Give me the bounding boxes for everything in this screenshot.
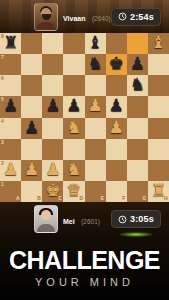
rank-label-4: 4 [1, 119, 4, 124]
square-f5[interactable]: ♟ [106, 96, 127, 117]
square-b4[interactable]: ♟ [21, 118, 42, 139]
player-rating: (2601) [81, 218, 100, 225]
square-h8[interactable]: ♝ [148, 33, 169, 54]
piece-white-pawn: ♟ [24, 161, 39, 178]
square-g7[interactable]: ♟ [127, 54, 148, 75]
avatar-body [37, 224, 55, 233]
player-bar: Mei (2601) 3:05s [0, 202, 169, 236]
opponent-rating: (2640) [92, 15, 111, 22]
clock-icon [118, 12, 127, 21]
square-a1[interactable]: 1A [0, 181, 21, 202]
piece-white-pawn: ♟ [3, 161, 18, 178]
square-f2[interactable] [106, 160, 127, 181]
square-b2[interactable]: ♟ [21, 160, 42, 181]
square-d1[interactable]: ♛D [63, 181, 84, 202]
square-h1[interactable]: ♜H [148, 181, 169, 202]
square-d5[interactable]: ♟ [63, 96, 84, 117]
piece-black-pawn: ♟ [3, 97, 18, 114]
tagline-your-mind: YOUR MIND [35, 277, 134, 288]
player-timer: 3:05s [111, 210, 161, 228]
square-b7[interactable] [21, 54, 42, 75]
square-f3[interactable] [106, 139, 127, 160]
rank-label-7: 7 [1, 55, 4, 60]
square-f7[interactable]: ♚ [106, 54, 127, 75]
opponent-timer: 2:54s [111, 8, 161, 26]
piece-black-pawn: ♟ [45, 97, 60, 114]
square-g8[interactable] [127, 33, 148, 54]
square-e7[interactable]: ♞ [85, 54, 106, 75]
square-d3[interactable] [63, 139, 84, 160]
opponent-avatar [34, 3, 58, 31]
square-c4[interactable] [42, 118, 63, 139]
piece-white-king: ♚ [45, 182, 60, 199]
file-label-e: E [101, 196, 104, 201]
square-a8[interactable]: ♜8 [0, 33, 21, 54]
piece-black-bishop: ♝ [87, 34, 102, 51]
piece-black-pawn: ♟ [109, 97, 124, 114]
square-c1[interactable]: ♚C [42, 181, 63, 202]
file-label-b: B [37, 196, 41, 201]
player-avatar [34, 205, 58, 233]
square-e8[interactable]: ♝ [85, 33, 106, 54]
file-label-f: F [122, 196, 125, 201]
piece-white-knight: ♞ [66, 119, 81, 136]
square-f8[interactable] [106, 33, 127, 54]
piece-black-pawn: ♟ [130, 55, 145, 72]
opponent-bar: Vivaan (2640) 2:54s [0, 0, 169, 33]
square-g2[interactable] [127, 160, 148, 181]
square-h2[interactable] [148, 160, 169, 181]
opponent-name: Vivaan [63, 15, 85, 22]
square-d6[interactable] [63, 75, 84, 96]
square-d7[interactable] [63, 54, 84, 75]
piece-black-knight: ♞ [87, 55, 102, 72]
chess-app-screen: Vivaan (2640) 2:54s ♜8♝♝7♞♚♟6♞♟5♟♟♟♟4♟♞♟… [0, 0, 169, 300]
square-c7[interactable] [42, 54, 63, 75]
rank-label-3: 3 [1, 140, 4, 145]
square-g4[interactable] [127, 118, 148, 139]
square-h4[interactable] [148, 118, 169, 139]
avatar-beard [42, 14, 51, 20]
piece-white-bishop: ♝ [151, 34, 166, 51]
piece-black-pawn: ♟ [66, 97, 81, 114]
square-h3[interactable] [148, 139, 169, 160]
tagline-challenge: CHALLENGE [9, 248, 160, 273]
avatar-body [37, 22, 55, 31]
square-e4[interactable] [85, 118, 106, 139]
file-label-a: A [16, 196, 20, 201]
square-c6[interactable] [42, 75, 63, 96]
piece-white-pawn: ♟ [87, 97, 102, 114]
square-b5[interactable] [21, 96, 42, 117]
file-label-h: H [164, 196, 168, 201]
clock-icon [118, 215, 127, 224]
square-g1[interactable]: G [127, 181, 148, 202]
square-f4[interactable]: ♟ [106, 118, 127, 139]
active-turn-glow [119, 232, 153, 237]
square-a3[interactable]: 3 [0, 139, 21, 160]
square-b3[interactable] [21, 139, 42, 160]
square-d8[interactable] [63, 33, 84, 54]
square-d2[interactable]: ♞ [63, 160, 84, 181]
player-info: Mei (2601) [63, 211, 100, 228]
square-c3[interactable] [42, 139, 63, 160]
square-a5[interactable]: ♟5 [0, 96, 21, 117]
square-h6[interactable] [148, 75, 169, 96]
opponent-info: Vivaan (2640) [63, 8, 111, 25]
rank-label-8: 8 [1, 34, 4, 39]
player-time: 3:05s [130, 214, 154, 224]
file-label-d: D [79, 196, 83, 201]
square-c2[interactable]: ♟ [42, 160, 63, 181]
piece-black-pawn: ♟ [24, 119, 39, 136]
square-b8[interactable] [21, 33, 42, 54]
avatar-head [41, 210, 51, 220]
square-f6[interactable] [106, 75, 127, 96]
square-e5[interactable]: ♟ [85, 96, 106, 117]
rank-label-6: 6 [1, 76, 4, 81]
piece-white-knight: ♞ [66, 161, 81, 178]
chess-board: ♜8♝♝7♞♚♟6♞♟5♟♟♟♟4♟♞♟3♟2♟♟♞1AB♚C♛DEFG♜H [0, 33, 169, 202]
square-c5[interactable]: ♟ [42, 96, 63, 117]
square-e3[interactable] [85, 139, 106, 160]
player-name: Mei [63, 218, 75, 225]
file-label-c: C [58, 196, 62, 201]
rank-label-1: 1 [1, 182, 4, 187]
file-label-g: G [142, 196, 146, 201]
square-a4[interactable]: 4 [0, 118, 21, 139]
square-a7[interactable]: 7 [0, 54, 21, 75]
square-b1[interactable]: B [21, 181, 42, 202]
piece-black-king: ♚ [109, 55, 124, 72]
piece-white-rook: ♜ [151, 182, 166, 199]
square-e1[interactable]: E [85, 181, 106, 202]
rank-label-2: 2 [1, 161, 4, 166]
square-g5[interactable] [127, 96, 148, 117]
square-h5[interactable] [148, 96, 169, 117]
opponent-time: 2:54s [130, 12, 154, 22]
square-e2[interactable] [85, 160, 106, 181]
square-a2[interactable]: ♟2 [0, 160, 21, 181]
square-b6[interactable] [21, 75, 42, 96]
square-d4[interactable]: ♞ [63, 118, 84, 139]
piece-white-pawn: ♟ [109, 119, 124, 136]
piece-white-queen: ♛ [66, 182, 81, 199]
square-f1[interactable]: F [106, 181, 127, 202]
square-a6[interactable]: 6 [0, 75, 21, 96]
piece-white-pawn: ♟ [45, 161, 60, 178]
piece-black-knight: ♞ [130, 76, 145, 93]
square-c8[interactable] [42, 33, 63, 54]
square-h7[interactable] [148, 54, 169, 75]
square-e6[interactable] [85, 75, 106, 96]
square-g6[interactable]: ♞ [127, 75, 148, 96]
ad-tagline: CHALLENGE YOUR MIND [0, 236, 169, 300]
piece-black-rook: ♜ [3, 34, 18, 51]
rank-label-5: 5 [1, 97, 4, 102]
square-g3[interactable] [127, 139, 148, 160]
